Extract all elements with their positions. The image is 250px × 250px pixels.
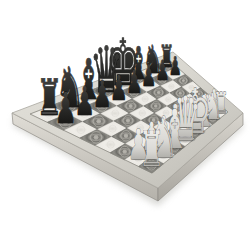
chess-set-photo: ♜♞♟♝♟♚♟♛♟♝♟♞♟♟♜♟♟♜♞♟♟♝♟♚♟♛♟♝♟♞♟♜	[0, 0, 250, 250]
piece-white-rook-a1: ♜	[139, 121, 164, 177]
square-etch	[94, 135, 99, 140]
piece-black-pawn-f7: ♟	[141, 58, 157, 93]
piece-black-pawn-c7: ♟	[93, 73, 112, 116]
piece-black-pawn-e7: ♟	[126, 63, 143, 100]
square-etch	[123, 149, 127, 153]
piece-black-pawn-a7: ♟	[54, 83, 76, 133]
chess-board: ♜♞♟♝♟♚♟♛♟♝♟♞♟♟♜♟♟♜♞♟♟♝♟♚♟♛♟♝♟♞♟♜	[0, 0, 250, 250]
square-etch	[96, 119, 101, 124]
piece-black-pawn-d7: ♟	[110, 68, 128, 108]
piece-black-pawn-b7: ♟	[74, 78, 95, 124]
square-etch	[129, 104, 133, 108]
square-etch	[157, 91, 161, 95]
piece-black-pawn-g7: ♟	[155, 55, 169, 87]
